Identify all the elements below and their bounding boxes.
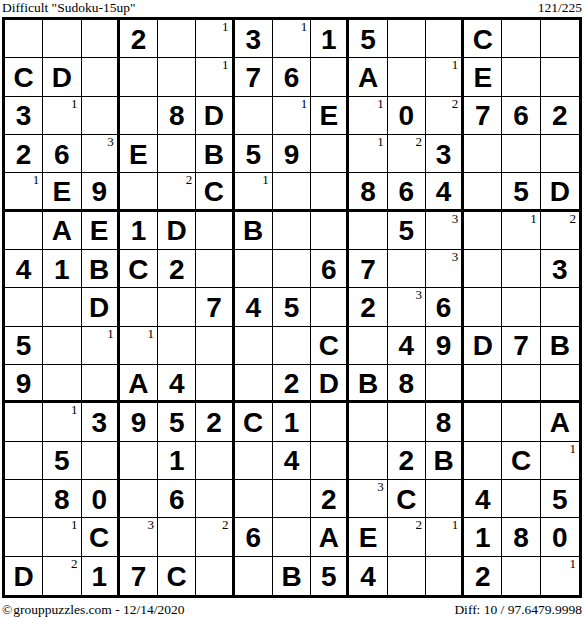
given-value: B [281,563,301,591]
cell-r7c7[interactable] [235,250,273,288]
cell-r4c10[interactable]: 1 [349,135,387,173]
given-value: E [473,64,492,92]
cell-r9c8[interactable] [273,327,311,365]
cell-r5c1[interactable]: 1 [5,173,43,211]
cell-r1c14[interactable] [502,20,540,58]
given-value: 7 [206,294,222,322]
given-value: C [511,447,531,475]
given-value: 6 [321,256,337,284]
cell-r10c14[interactable] [502,365,540,403]
given-value: 9 [284,141,300,169]
cell-r13c10[interactable]: 3 [349,480,387,518]
cell-r11c15: A [541,403,579,441]
given-value: A [550,409,570,437]
cell-r10c2[interactable] [43,365,81,403]
cell-r6c9[interactable] [311,212,349,250]
cell-r8c13[interactable] [464,288,502,326]
cell-r14c4[interactable]: 3 [120,518,158,556]
given-value: D [204,102,224,130]
corner-mark: 1 [222,58,229,72]
cell-r7c6[interactable] [196,250,234,288]
given-value: B [550,332,570,360]
cell-r10c9: D [311,365,349,403]
cell-r7c10: 7 [349,250,387,288]
cell-r5c6: C [196,173,234,211]
corner-mark: 3 [452,212,459,226]
cell-r4c11[interactable]: 2 [388,135,426,173]
cell-r1c12[interactable] [426,20,464,58]
corner-mark: 3 [107,135,114,149]
cell-r5c11: 6 [388,173,426,211]
given-value: 3 [91,409,107,437]
cell-r4c7: 5 [235,135,273,173]
cell-r6c14[interactable]: 1 [502,212,540,250]
cell-r14c6[interactable]: 2 [196,518,234,556]
cell-r14c10: E [349,518,387,556]
cell-r9c11: 4 [388,327,426,365]
cell-r7c8[interactable] [273,250,311,288]
cell-r14c12[interactable]: 1 [426,518,464,556]
given-value: 1 [321,26,337,54]
given-value: 0 [399,102,415,130]
cell-r14c9: A [311,518,349,556]
corner-mark: 1 [530,212,537,226]
cell-r11c13[interactable] [464,403,502,441]
corner-mark: 3 [377,480,384,494]
cell-r11c6: 2 [196,403,234,441]
cell-r6c8[interactable] [273,212,311,250]
corner-mark: 1 [222,20,229,34]
cell-r14c3: C [82,518,120,556]
cell-r1c7: 3 [235,20,273,58]
given-value: 9 [16,370,32,398]
given-value: 7 [131,563,147,591]
cell-r13c15: 5 [541,480,579,518]
cell-r1c8[interactable]: 1 [273,20,311,58]
cell-r3c2[interactable]: 1 [43,97,81,135]
cell-r2c4[interactable] [120,58,158,96]
cell-r8c8: 5 [273,288,311,326]
cell-r1c5[interactable] [158,20,196,58]
cell-r12c3[interactable] [82,442,120,480]
cell-r6c2: A [43,212,81,250]
cell-r12c15[interactable]: 1 [541,442,579,480]
cell-r15c10: 4 [349,557,387,595]
cell-r15c3: 1 [82,557,120,595]
cell-r11c1[interactable] [5,403,43,441]
cell-r7c9: 6 [311,250,349,288]
cell-r5c10: 8 [349,173,387,211]
given-value: 4 [360,563,376,591]
cell-r10c11: 8 [388,365,426,403]
given-value: 1 [284,409,300,437]
cell-r9c2[interactable] [43,327,81,365]
cell-r11c10[interactable] [349,403,387,441]
cell-r4c1: 2 [5,135,43,173]
cell-r15c11[interactable] [388,557,426,595]
cell-r4c12: 3 [426,135,464,173]
cell-r12c5: 1 [158,442,196,480]
cell-r9c12: 9 [426,327,464,365]
cell-r14c2[interactable]: 1 [43,518,81,556]
cell-r13c14[interactable] [502,480,540,518]
cell-r10c13[interactable] [464,365,502,403]
cell-r7c12[interactable]: 3 [426,250,464,288]
given-value: 4 [245,294,261,322]
corner-mark: 1 [71,97,78,111]
cell-r7c11[interactable] [388,250,426,288]
cell-r8c14[interactable] [502,288,540,326]
cell-r15c12[interactable] [426,557,464,595]
given-value: 3 [436,141,452,169]
cell-r5c4[interactable] [120,173,158,211]
cell-r3c11: 0 [388,97,426,135]
copyright-line: © grouppuzzles.com - 12/14/2020 [2,602,185,617]
given-value: 8 [54,486,70,514]
cell-r3c5: 8 [158,97,196,135]
cell-r12c6[interactable] [196,442,234,480]
corner-mark: 1 [71,518,78,532]
cell-r3c8[interactable]: 1 [273,97,311,135]
empty-cell-counter: 121/225 [538,0,582,15]
given-value: 5 [513,178,529,206]
cell-r1c11[interactable] [388,20,426,58]
cell-r14c1[interactable] [5,518,43,556]
cell-r8c2[interactable] [43,288,81,326]
cell-r9c7[interactable] [235,327,273,365]
given-value: 3 [245,26,261,54]
cell-r13c3: 0 [82,480,120,518]
given-value: D [52,64,72,92]
cell-r15c14[interactable] [502,557,540,595]
given-value: 6 [436,294,452,322]
cell-r8c5[interactable] [158,288,196,326]
given-value: C [243,409,263,437]
cell-r12c4[interactable] [120,442,158,480]
cell-r11c14[interactable] [502,403,540,441]
cell-r10c15[interactable] [541,365,579,403]
cell-r1c6[interactable]: 1 [196,20,234,58]
given-value: 5 [245,141,261,169]
given-value: 6 [399,178,415,206]
cell-r4c9[interactable] [311,135,349,173]
cell-r3c13: 7 [464,97,502,135]
given-value: C [167,563,187,591]
given-value: 1 [91,563,107,591]
cell-r6c1[interactable] [5,212,43,250]
cell-r8c11[interactable]: 3 [388,288,426,326]
cell-r15c7[interactable] [235,557,273,595]
given-value: 9 [91,178,107,206]
cell-r10c12[interactable] [426,365,464,403]
cell-r2c10: A [349,58,387,96]
cell-r11c4: 9 [120,403,158,441]
header: Difficult "Sudoku-15up" 121/225 [2,0,582,16]
cell-r2c6[interactable]: 1 [196,58,234,96]
cell-r3c9: E [311,97,349,135]
given-value: D [14,563,34,591]
given-value: 3 [552,256,568,284]
cell-r13c11: C [388,480,426,518]
corner-mark: 3 [452,250,459,264]
cell-r2c12[interactable]: 1 [426,58,464,96]
given-value: A [319,524,339,552]
cell-r9c10[interactable] [349,327,387,365]
cell-r14c5[interactable] [158,518,196,556]
cell-r3c14: 6 [502,97,540,135]
cell-r6c12[interactable]: 3 [426,212,464,250]
cell-r14c15: 0 [541,518,579,556]
cell-r8c4[interactable] [120,288,158,326]
cell-r12c9[interactable] [311,442,349,480]
cell-r5c13[interactable] [464,173,502,211]
cell-r12c7[interactable] [235,442,273,480]
cell-r13c8[interactable] [273,480,311,518]
cell-r15c2[interactable]: 2 [43,557,81,595]
cell-r7c15: 3 [541,250,579,288]
cell-r12c11: 2 [388,442,426,480]
corner-mark: 2 [452,97,459,111]
cell-r3c15: 2 [541,97,579,135]
corner-mark: 3 [148,518,155,532]
given-value: 1 [54,256,70,284]
cell-r8c1[interactable] [5,288,43,326]
cell-r2c8: 6 [273,58,311,96]
given-value: 1 [131,217,147,245]
cell-r5c8[interactable] [273,173,311,211]
cell-r7c13[interactable] [464,250,502,288]
cell-r8c6: 7 [196,288,234,326]
cell-r13c7[interactable] [235,480,273,518]
given-value: 8 [169,102,185,130]
given-value: 1 [475,524,491,552]
given-value: C [128,256,148,284]
corner-mark: 2 [71,557,78,571]
cell-r10c1: 9 [5,365,43,403]
cell-r13c13: 4 [464,480,502,518]
cell-r12c10[interactable] [349,442,387,480]
cell-r12c13[interactable] [464,442,502,480]
cell-r7c1: 4 [5,250,43,288]
cell-r5c12: 4 [426,173,464,211]
cell-r6c15[interactable]: 2 [541,212,579,250]
cell-r10c3[interactable] [82,365,120,403]
cell-r3c10[interactable]: 1 [349,97,387,135]
given-value: 5 [169,409,185,437]
corner-mark: 1 [301,20,308,34]
cell-r3c3[interactable] [82,97,120,135]
corner-mark: 1 [377,135,384,149]
cell-r5c14: 5 [502,173,540,211]
cell-r5c15: D [541,173,579,211]
cell-r6c11: 5 [388,212,426,250]
cell-r4c13[interactable] [464,135,502,173]
corner-mark: 1 [452,58,459,72]
cell-r3c12[interactable]: 2 [426,97,464,135]
given-value: 5 [399,217,415,245]
cell-r12c14: C [502,442,540,480]
given-value: 5 [54,447,70,475]
cell-r7c3: B [82,250,120,288]
puzzle-title: Difficult "Sudoku-15up" [2,0,135,15]
cell-r15c15[interactable]: 1 [541,557,579,595]
cell-r11c11[interactable] [388,403,426,441]
cell-r9c3[interactable]: 1 [82,327,120,365]
corner-mark: 1 [148,327,155,341]
cell-r2c14[interactable] [502,58,540,96]
given-value: 9 [436,332,452,360]
cell-r9c4[interactable]: 1 [120,327,158,365]
cell-r11c2[interactable]: 1 [43,403,81,441]
cell-r11c12: 8 [426,403,464,441]
cell-r3c4[interactable] [120,97,158,135]
given-value: A [358,64,378,92]
corner-mark: 1 [33,173,40,187]
given-value: 0 [91,486,107,514]
cell-r9c13: D [464,327,502,365]
given-value: C [319,332,339,360]
cell-r13c2: 8 [43,480,81,518]
puzzle-page: Difficult "Sudoku-15up" 121/225 213115CC… [0,0,584,619]
cell-r3c6: D [196,97,234,135]
given-value: 2 [360,294,376,322]
cell-r11c5: 5 [158,403,196,441]
cell-r10c7[interactable] [235,365,273,403]
cell-r5c9[interactable] [311,173,349,211]
cell-r9c5[interactable] [158,327,196,365]
cell-r8c3: D [82,288,120,326]
cell-r4c6: B [196,135,234,173]
cell-r11c9[interactable] [311,403,349,441]
given-value: 2 [16,141,32,169]
cell-r3c1: 3 [5,97,43,135]
cell-r1c10: 5 [349,20,387,58]
cell-r4c4: E [120,135,158,173]
cell-r14c8[interactable] [273,518,311,556]
cell-r2c5[interactable] [158,58,196,96]
given-value: E [53,178,72,206]
given-value: 2 [206,409,222,437]
given-value: 2 [284,370,300,398]
cell-r1c3[interactable] [82,20,120,58]
given-value: C [473,26,493,54]
cell-r10c5: 4 [158,365,196,403]
given-value: 5 [552,486,568,514]
given-value: 5 [16,332,32,360]
cell-r7c14[interactable] [502,250,540,288]
cell-r2c1: C [5,58,43,96]
cell-r15c1: D [5,557,43,595]
given-value: 7 [245,64,261,92]
given-value: 2 [475,563,491,591]
cell-r15c4: 7 [120,557,158,595]
given-value: D [319,370,339,398]
given-value: B [243,217,263,245]
cell-r3c7[interactable] [235,97,273,135]
cell-r5c7[interactable]: 1 [235,173,273,211]
cell-r2c9[interactable] [311,58,349,96]
corner-mark: 1 [71,403,78,417]
given-value: 4 [436,178,452,206]
given-value: D [550,178,570,206]
cell-r2c11[interactable] [388,58,426,96]
cell-r4c3[interactable]: 3 [82,135,120,173]
corner-mark: 2 [415,518,422,532]
cell-r7c5: 2 [158,250,196,288]
cell-r2c15[interactable] [541,58,579,96]
cell-r8c9[interactable] [311,288,349,326]
cell-r14c14: 8 [502,518,540,556]
cell-r15c6[interactable] [196,557,234,595]
cell-r1c15[interactable] [541,20,579,58]
given-value: B [89,256,109,284]
corner-mark: 1 [569,442,576,456]
cell-r14c11[interactable]: 2 [388,518,426,556]
cell-r13c1[interactable] [5,480,43,518]
cell-r6c10[interactable] [349,212,387,250]
cell-r4c2: 6 [43,135,81,173]
given-value: D [473,332,493,360]
site-and-date: grouppuzzles.com - 12/14/2020 [13,602,184,617]
cell-r4c15[interactable] [541,135,579,173]
cell-r12c2: 5 [43,442,81,480]
cell-r13c4[interactable] [120,480,158,518]
cell-r4c5[interactable] [158,135,196,173]
given-value: 0 [552,524,568,552]
given-value: 7 [475,102,491,130]
cell-r1c1[interactable] [5,20,43,58]
corner-mark: 2 [569,212,576,226]
cell-r10c8: 2 [273,365,311,403]
given-value: 2 [399,447,415,475]
given-value: 2 [131,26,147,54]
cell-r8c15[interactable] [541,288,579,326]
cell-r13c5: 6 [158,480,196,518]
cell-r13c12[interactable] [426,480,464,518]
cell-r14c13: 1 [464,518,502,556]
cell-r8c7: 4 [235,288,273,326]
cell-r12c1[interactable] [5,442,43,480]
cell-r1c2[interactable] [43,20,81,58]
cell-r4c14[interactable] [502,135,540,173]
given-value: B [204,141,224,169]
cell-r12c12: B [426,442,464,480]
cell-r9c6[interactable] [196,327,234,365]
cell-r6c6[interactable] [196,212,234,250]
given-value: D [167,217,187,245]
cell-r2c13: E [464,58,502,96]
cell-r5c5[interactable]: 2 [158,173,196,211]
given-value: C [89,524,109,552]
cell-r11c3: 3 [82,403,120,441]
cell-r6c13[interactable] [464,212,502,250]
given-value: C [14,64,34,92]
cell-r2c3[interactable] [82,58,120,96]
cell-r6c4: 1 [120,212,158,250]
given-value: A [52,217,72,245]
cell-r13c9: 2 [311,480,349,518]
corner-mark: 1 [262,173,269,187]
cell-r9c14: 7 [502,327,540,365]
corner-mark: 2 [415,135,422,149]
cell-r13c6[interactable] [196,480,234,518]
given-value: 1 [169,447,185,475]
cell-r10c6[interactable] [196,365,234,403]
cell-r14c7: 6 [235,518,273,556]
given-value: 8 [399,370,415,398]
cell-r1c9: 1 [311,20,349,58]
cell-r2c7: 7 [235,58,273,96]
